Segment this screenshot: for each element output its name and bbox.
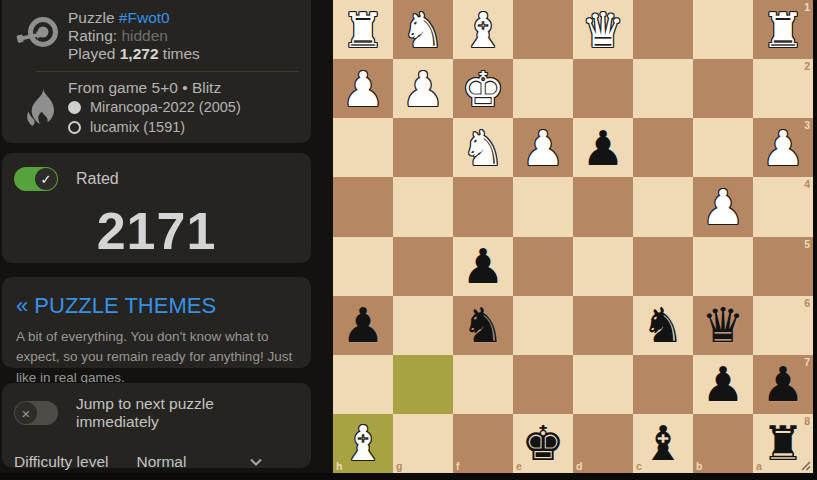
coord-file-g: g [396,461,402,472]
themes-description: A bit of everything. You don't know what… [2,327,311,388]
target-icon [10,13,68,59]
piece-wQ-d1[interactable]: ♛ [573,0,633,59]
rated-label: Rated [76,170,119,188]
square-b4[interactable]: ♟ [693,177,753,236]
panel-divider [36,71,299,72]
coord-rank-7: 7 [804,357,810,368]
cross-icon: × [15,402,37,424]
square-e7[interactable] [513,355,573,414]
puzzle-played-line: Played 1,272 times [68,45,303,62]
square-g1[interactable]: ♞ [393,0,453,59]
square-h5[interactable] [333,237,393,296]
coord-file-h: h [336,461,342,472]
difficulty-value: Normal [136,453,186,471]
square-b8[interactable]: b [693,414,753,473]
square-f3[interactable]: ♞ [453,118,513,177]
black-player-name: lucamix (1591) [90,117,185,137]
square-d8[interactable]: d [573,414,633,473]
square-f7[interactable] [453,355,513,414]
square-c6[interactable]: ♞ [633,296,693,355]
square-d2[interactable] [573,59,633,118]
square-f8[interactable]: f [453,414,513,473]
square-g5[interactable] [393,237,453,296]
puzzle-themes-link[interactable]: « PUZZLE THEMES [2,277,311,327]
white-player-row[interactable]: Mirancopa-2022 (2005) [68,97,303,117]
themes-panel: « PUZZLE THEMES A bit of everything. You… [2,277,311,368]
square-h4[interactable] [333,177,393,236]
coord-rank-6: 6 [804,298,810,309]
black-color-icon [68,121,81,134]
rating-value: hidden [121,27,168,44]
piece-wP-g2[interactable]: ♟ [393,59,453,118]
square-f6[interactable]: ♞ [453,296,513,355]
check-icon: ✓ [35,168,57,190]
square-d1[interactable]: ♛ [573,0,633,59]
square-c1[interactable] [633,0,693,59]
square-e1[interactable] [513,0,573,59]
played-label: Played [68,45,115,62]
square-a5[interactable]: 5 [753,237,813,296]
piece-bN-f6[interactable]: ♞ [453,296,513,355]
coord-rank-5: 5 [804,239,810,250]
square-f4[interactable] [453,177,513,236]
square-h1[interactable]: ♜ [333,0,393,59]
square-h7[interactable] [333,355,393,414]
square-h6[interactable]: ♟ [333,296,393,355]
piece-bQ-b6[interactable]: ♛ [693,296,753,355]
piece-bB-c8[interactable]: ♝ [633,414,693,473]
piece-wB-f1[interactable]: ♝ [453,0,513,59]
piece-wN-f3[interactable]: ♞ [453,118,513,177]
jump-label: Jump to next puzzle immediately [76,395,299,431]
settings-panel: × Jump to next puzzle immediately Diffic… [2,383,311,468]
square-e6[interactable] [513,296,573,355]
coord-rank-3: 3 [804,120,810,131]
coord-rank-2: 2 [804,61,810,72]
square-d4[interactable] [573,177,633,236]
right-edge [813,0,817,480]
piece-wN-g1[interactable]: ♞ [393,0,453,59]
square-d6[interactable] [573,296,633,355]
piece-wP-b4[interactable]: ♟ [693,177,753,236]
difficulty-select[interactable]: Normal [130,449,268,475]
coord-rank-8: 8 [804,416,810,427]
square-e4[interactable] [513,177,573,236]
puzzle-label: Puzzle [68,9,115,26]
coord-file-b: b [696,461,702,472]
white-player-name: Mirancopa-2022 (2005) [90,97,241,117]
square-c8[interactable]: ♝c [633,414,693,473]
piece-bK-e8[interactable]: ♚ [513,414,573,473]
square-f2[interactable]: ♚ [453,59,513,118]
board-resize-handle[interactable] [799,459,811,471]
square-c2[interactable] [633,59,693,118]
square-d3[interactable]: ♟ [573,118,633,177]
square-e5[interactable] [513,237,573,296]
square-a7[interactable]: ♟7 [753,355,813,414]
square-a3[interactable]: ♟3 [753,118,813,177]
square-g2[interactable]: ♟ [393,59,453,118]
piece-wK-f2[interactable]: ♚ [453,59,513,118]
coord-file-d: d [576,461,582,472]
blitz-flame-icon [10,85,68,131]
played-count: 1,272 [120,45,159,62]
black-player-row[interactable]: lucamix (1591) [68,117,303,137]
rated-panel: ✓ Rated 2171 [2,153,311,263]
coord-file-a: a [756,461,762,472]
square-g8[interactable]: g [393,414,453,473]
sidebar: Puzzle #Fwot0 Rating: hidden Played 1,27… [0,0,333,480]
bottom-edge [0,473,817,480]
square-g7[interactable] [393,355,453,414]
square-g4[interactable] [393,177,453,236]
square-d5[interactable] [573,237,633,296]
square-e2[interactable] [513,59,573,118]
white-color-icon [68,101,81,114]
chess-board: ♜♞♝♛♜1♟♟♚2♞♟♟♟3♟4♟5♟♞♞♛6♟♟7♝hgf♚ed♝cb♜8a [333,0,813,473]
square-a1[interactable]: ♜1 [753,0,813,59]
rating-label: Rating: [68,27,117,44]
piece-bP-h6[interactable]: ♟ [333,296,393,355]
square-e8[interactable]: ♚e [513,414,573,473]
difficulty-label: Difficulty level [14,453,108,471]
square-b1[interactable] [693,0,753,59]
puzzle-id-link[interactable]: #Fwot0 [119,9,170,26]
chevron-down-icon [250,458,262,466]
coord-file-f: f [456,461,460,472]
puzzle-info-panel: Puzzle #Fwot0 Rating: hidden Played 1,27… [2,0,311,143]
piece-wR-h1[interactable]: ♜ [333,0,393,59]
square-f1[interactable]: ♝ [453,0,513,59]
coord-file-c: c [636,461,642,472]
square-f5[interactable]: ♟ [453,237,513,296]
puzzle-title-line: Puzzle #Fwot0 [68,9,303,26]
square-h3[interactable] [333,118,393,177]
from-game-line: From game 5+0 • Blitz [68,79,303,96]
square-b2[interactable] [693,59,753,118]
piece-bN-c6[interactable]: ♞ [633,296,693,355]
square-c3[interactable] [633,118,693,177]
square-a4[interactable]: 4 [753,177,813,236]
square-b3[interactable] [693,118,753,177]
square-a2[interactable]: 2 [753,59,813,118]
square-h2[interactable]: ♟ [333,59,393,118]
jump-toggle[interactable]: × [14,401,58,425]
coord-rank-4: 4 [804,179,810,190]
rated-toggle[interactable]: ✓ [14,167,58,191]
square-d7[interactable] [573,355,633,414]
puzzle-rating-line: Rating: hidden [68,27,303,44]
coord-file-e: e [516,461,522,472]
piece-wP-h2[interactable]: ♟ [333,59,393,118]
square-e3[interactable]: ♟ [513,118,573,177]
puzzle-meta-row: Puzzle #Fwot0 Rating: hidden Played 1,27… [2,0,311,67]
square-b5[interactable] [693,237,753,296]
played-suffix: times [163,45,200,62]
square-b7[interactable]: ♟ [693,355,753,414]
square-c7[interactable] [633,355,693,414]
coord-rank-1: 1 [804,2,810,13]
square-h8[interactable]: ♝h [333,414,393,473]
square-g3[interactable] [393,118,453,177]
square-c5[interactable] [633,237,693,296]
square-a6[interactable]: 6 [753,296,813,355]
piece-wP-e3[interactable]: ♟ [513,118,573,177]
square-c4[interactable] [633,177,693,236]
square-b6[interactable]: ♛ [693,296,753,355]
game-meta-row: From game 5+0 • Blitz Mirancopa-2022 (20… [2,76,311,141]
piece-bP-f5[interactable]: ♟ [453,237,513,296]
piece-bP-d3[interactable]: ♟ [573,118,633,177]
user-rating: 2171 [2,201,311,261]
square-g6[interactable] [393,296,453,355]
piece-bP-b7[interactable]: ♟ [693,355,753,414]
